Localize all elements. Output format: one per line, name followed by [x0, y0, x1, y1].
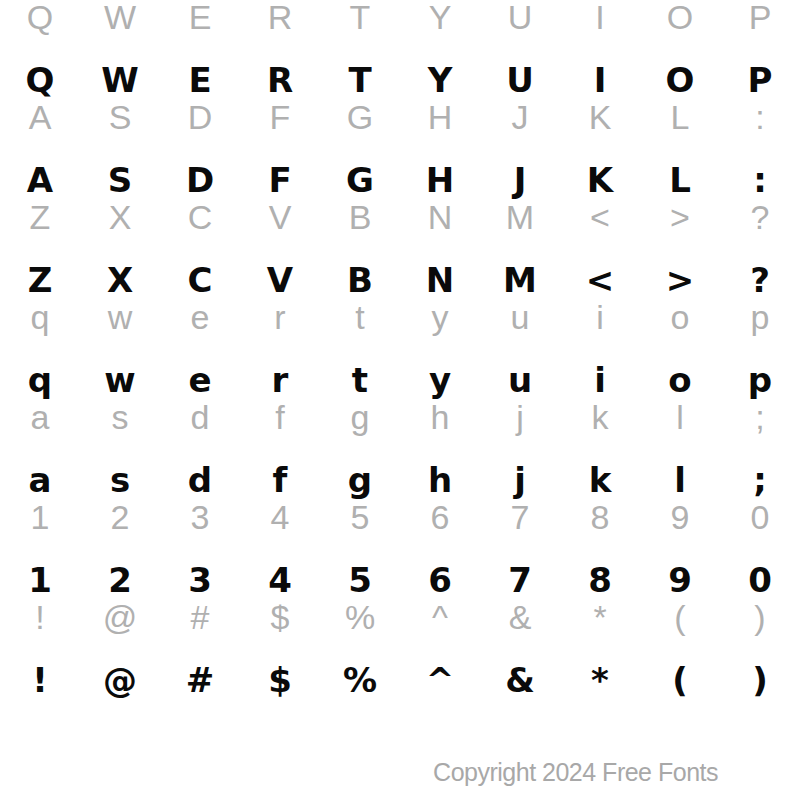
glyph-cell: E: [160, 60, 240, 100]
glyph-cell: N: [400, 260, 480, 300]
glyph-cell: ;: [720, 397, 800, 437]
glyph-cell: %: [320, 660, 400, 700]
glyph-cell: e: [160, 297, 240, 337]
glyph-row-6-solid: ZXCVBNM<>?: [0, 260, 800, 300]
glyph-row-1-ghost: QWERTYUIOP: [0, 0, 800, 37]
glyph-cell: F: [240, 160, 320, 200]
glyph-cell: G: [320, 97, 400, 137]
glyph-cell: I: [560, 60, 640, 100]
glyph-row-4-solid: ASDFGHJKL:: [0, 160, 800, 200]
glyph-cell: ?: [720, 197, 800, 237]
glyph-cell: V: [240, 197, 320, 237]
glyph-row-11-ghost: 1234567890: [0, 497, 800, 537]
glyph-cell: L: [640, 160, 720, 200]
glyph-cell: C: [160, 197, 240, 237]
glyph-cell: <: [560, 197, 640, 237]
glyph-cell: !: [0, 597, 80, 637]
glyph-cell: e: [160, 360, 240, 400]
glyph-cell: (: [640, 660, 720, 700]
glyph-cell: 2: [80, 560, 160, 600]
glyph-cell: A: [0, 97, 80, 137]
glyph-cell: X: [80, 260, 160, 300]
glyph-row-9-ghost: asdfghjkl;: [0, 397, 800, 437]
glyph-cell: &: [480, 660, 560, 700]
glyph-cell: 4: [240, 497, 320, 537]
glyph-cell: Z: [0, 197, 80, 237]
glyph-cell: J: [480, 160, 560, 200]
glyph-cell: K: [560, 97, 640, 137]
glyph-cell: 2: [80, 497, 160, 537]
glyph-cell: S: [80, 160, 160, 200]
glyph-cell: J: [480, 97, 560, 137]
glyph-cell: d: [160, 397, 240, 437]
glyph-cell: D: [160, 160, 240, 200]
glyph-cell: I: [560, 0, 640, 37]
glyph-cell: j: [480, 460, 560, 500]
glyph-cell: p: [720, 360, 800, 400]
glyph-row-10-solid: asdfghjkl;: [0, 460, 800, 500]
glyph-cell: i: [560, 360, 640, 400]
glyph-cell: i: [560, 297, 640, 337]
glyph-cell: 1: [0, 497, 80, 537]
glyph-cell: w: [80, 360, 160, 400]
glyph-cell: k: [560, 397, 640, 437]
glyph-cell: 9: [640, 497, 720, 537]
glyph-cell: N: [400, 197, 480, 237]
glyph-cell: R: [240, 0, 320, 37]
glyph-row-2-solid: QWERTYUIOP: [0, 60, 800, 100]
glyph-cell: #: [160, 597, 240, 637]
glyph-cell: ): [720, 660, 800, 700]
glyph-cell: @: [80, 660, 160, 700]
glyph-row-13-ghost: !@#$%^&*(): [0, 597, 800, 637]
glyph-cell: C: [160, 260, 240, 300]
glyph-cell: 1: [0, 560, 80, 600]
glyph-cell: X: [80, 197, 160, 237]
glyph-cell: h: [400, 460, 480, 500]
glyph-cell: 7: [480, 497, 560, 537]
glyph-cell: j: [480, 397, 560, 437]
glyph-cell: U: [480, 60, 560, 100]
glyph-row-12-solid: 1234567890: [0, 560, 800, 600]
glyph-cell: w: [80, 297, 160, 337]
glyph-cell: >: [640, 197, 720, 237]
glyph-cell: s: [80, 460, 160, 500]
glyph-cell: B: [320, 197, 400, 237]
glyph-cell: s: [80, 397, 160, 437]
glyph-cell: S: [80, 97, 160, 137]
glyph-cell: M: [480, 197, 560, 237]
glyph-cell: %: [320, 597, 400, 637]
glyph-cell: r: [240, 297, 320, 337]
glyph-cell: *: [560, 597, 640, 637]
glyph-cell: P: [720, 60, 800, 100]
glyph-cell: U: [480, 0, 560, 37]
glyph-cell: t: [320, 297, 400, 337]
glyph-row-14-solid: !@#$%^&*(): [0, 660, 800, 700]
glyph-cell: P: [720, 0, 800, 37]
glyph-cell: o: [640, 360, 720, 400]
glyph-cell: F: [240, 97, 320, 137]
glyph-cell: Q: [0, 60, 80, 100]
glyph-cell: 5: [320, 560, 400, 600]
glyph-cell: G: [320, 160, 400, 200]
glyph-cell: Y: [400, 0, 480, 37]
glyph-cell: u: [480, 360, 560, 400]
glyph-cell: ;: [720, 460, 800, 500]
glyph-cell: g: [320, 397, 400, 437]
glyph-cell: T: [320, 60, 400, 100]
glyph-cell: *: [560, 660, 640, 700]
glyph-cell: 7: [480, 560, 560, 600]
glyph-cell: g: [320, 460, 400, 500]
glyph-cell: l: [640, 460, 720, 500]
glyph-cell: ^: [400, 660, 480, 700]
glyph-cell: ): [720, 597, 800, 637]
glyph-cell: p: [720, 297, 800, 337]
glyph-cell: u: [480, 297, 560, 337]
glyph-cell: ^: [400, 597, 480, 637]
glyph-cell: 3: [160, 560, 240, 600]
glyph-cell: O: [640, 0, 720, 37]
glyph-cell: $: [240, 660, 320, 700]
glyph-cell: a: [0, 460, 80, 500]
glyph-cell: @: [80, 597, 160, 637]
glyph-cell: 5: [320, 497, 400, 537]
glyph-cell: V: [240, 260, 320, 300]
character-map-board: QWERTYUIOPQWERTYUIOPASDFGHJKL:ASDFGHJKL:…: [0, 0, 800, 800]
glyph-cell: h: [400, 397, 480, 437]
glyph-cell: l: [640, 397, 720, 437]
glyph-cell: k: [560, 460, 640, 500]
glyph-cell: a: [0, 397, 80, 437]
glyph-cell: 6: [400, 497, 480, 537]
glyph-cell: 3: [160, 497, 240, 537]
glyph-cell: R: [240, 60, 320, 100]
glyph-cell: D: [160, 97, 240, 137]
glyph-row-3-ghost: ASDFGHJKL:: [0, 97, 800, 137]
glyph-cell: 0: [720, 560, 800, 600]
copyright-watermark: Copyright 2024 Free Fonts: [433, 758, 718, 787]
glyph-cell: y: [400, 297, 480, 337]
glyph-cell: 0: [720, 497, 800, 537]
glyph-cell: q: [0, 297, 80, 337]
glyph-cell: W: [80, 0, 160, 37]
glyph-cell: $: [240, 597, 320, 637]
glyph-cell: ?: [720, 260, 800, 300]
glyph-cell: 8: [560, 560, 640, 600]
glyph-cell: t: [320, 360, 400, 400]
glyph-cell: H: [400, 160, 480, 200]
glyph-cell: d: [160, 460, 240, 500]
glyph-cell: :: [720, 97, 800, 137]
glyph-cell: L: [640, 97, 720, 137]
glyph-cell: E: [160, 0, 240, 37]
glyph-cell: #: [160, 660, 240, 700]
glyph-cell: M: [480, 260, 560, 300]
glyph-cell: &: [480, 597, 560, 637]
glyph-row-5-ghost: ZXCVBNM<>?: [0, 197, 800, 237]
glyph-cell: f: [240, 397, 320, 437]
glyph-cell: r: [240, 360, 320, 400]
glyph-row-8-solid: qwertyuiop: [0, 360, 800, 400]
glyph-row-7-ghost: qwertyuiop: [0, 297, 800, 337]
glyph-cell: K: [560, 160, 640, 200]
glyph-cell: Z: [0, 260, 80, 300]
glyph-cell: :: [720, 160, 800, 200]
glyph-cell: A: [0, 160, 80, 200]
glyph-cell: y: [400, 360, 480, 400]
glyph-cell: (: [640, 597, 720, 637]
glyph-cell: Q: [0, 0, 80, 37]
glyph-cell: H: [400, 97, 480, 137]
glyph-cell: T: [320, 0, 400, 37]
glyph-cell: 6: [400, 560, 480, 600]
glyph-cell: W: [80, 60, 160, 100]
glyph-cell: q: [0, 360, 80, 400]
glyph-cell: O: [640, 60, 720, 100]
glyph-cell: B: [320, 260, 400, 300]
glyph-cell: 4: [240, 560, 320, 600]
glyph-cell: f: [240, 460, 320, 500]
glyph-cell: Y: [400, 60, 480, 100]
glyph-cell: !: [0, 660, 80, 700]
glyph-cell: 8: [560, 497, 640, 537]
glyph-cell: >: [640, 260, 720, 300]
glyph-cell: 9: [640, 560, 720, 600]
glyph-cell: o: [640, 297, 720, 337]
glyph-cell: <: [560, 260, 640, 300]
